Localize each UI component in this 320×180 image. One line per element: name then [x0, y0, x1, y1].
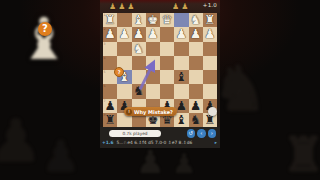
- captured-pawn-icon: ♟: [118, 1, 125, 12]
- rank-label: 2: [104, 27, 106, 31]
- square-g6[interactable]: [117, 84, 131, 98]
- square-h6[interactable]: 6: [103, 84, 117, 98]
- square-b8[interactable]: ♞: [189, 113, 203, 127]
- rank-label: 4: [104, 56, 106, 60]
- square-c6[interactable]: [174, 84, 188, 98]
- square-e4[interactable]: [146, 56, 160, 70]
- material-score: +1.0: [203, 2, 217, 8]
- forward-button[interactable]: ›: [208, 129, 217, 138]
- white-pawn-f2: ♟: [132, 27, 146, 41]
- square-c5[interactable]: ♝: [174, 70, 188, 84]
- square-d3[interactable]: [160, 42, 174, 56]
- square-d4[interactable]: [160, 56, 174, 70]
- white-king-e1: ♚: [146, 13, 160, 27]
- captured-pawn-icon: ♟: [172, 1, 179, 12]
- floating-circle-button[interactable]: [208, 107, 217, 116]
- black-bishop-c5: ♝: [174, 70, 188, 84]
- square-b3[interactable]: [189, 42, 203, 56]
- white-bishop-f1: ♝: [132, 13, 146, 27]
- square-e6[interactable]: [146, 84, 160, 98]
- engine-line[interactable]: +1.6 5...♘e4 6.♗f4 d5 7.0-0 ♗e7 8.♗d6 ▸: [102, 139, 218, 147]
- white-pawn-c2: ♟: [174, 27, 188, 41]
- background-pawn-icon: ♟: [136, 146, 165, 178]
- background-pawn-icon: ♟: [172, 150, 196, 177]
- captured-pieces-left: ♟♟♟: [109, 1, 135, 12]
- square-g3[interactable]: [117, 42, 131, 56]
- white-knight-f3: ♞: [132, 42, 146, 56]
- square-h7[interactable]: ♟7: [103, 99, 117, 113]
- square-c1[interactable]: [174, 13, 188, 27]
- square-a3[interactable]: [203, 42, 217, 56]
- square-h8[interactable]: ♜8: [103, 113, 117, 127]
- square-f4[interactable]: [132, 56, 146, 70]
- square-f3[interactable]: ♞: [132, 42, 146, 56]
- square-d6[interactable]: [160, 84, 174, 98]
- square-c8[interactable]: ♝: [174, 113, 188, 127]
- square-h1[interactable]: ♜1: [103, 13, 117, 27]
- question-badge: ?: [38, 22, 52, 36]
- square-e2[interactable]: ♟: [146, 27, 160, 41]
- white-queen-d1: ♛: [160, 13, 174, 27]
- square-d5[interactable]: [160, 70, 174, 84]
- captured-pawn-icon: ♟: [127, 1, 134, 12]
- square-c2[interactable]: ♟: [174, 27, 188, 41]
- rank-label: 8: [104, 113, 106, 117]
- square-b1[interactable]: ♞: [189, 13, 203, 27]
- engine-moves: 5...♘e4 6.♗f4 d5 7.0-0 ♗e7 8.♗d6: [116, 140, 192, 145]
- white-knight-b1: ♞: [189, 13, 203, 27]
- square-g2[interactable]: ♟: [117, 27, 131, 41]
- expand-line-icon[interactable]: ▸: [215, 139, 217, 147]
- square-d2[interactable]: [160, 27, 174, 41]
- black-knight-b8: ♞: [189, 113, 203, 127]
- square-e5[interactable]: [146, 70, 160, 84]
- nav-buttons: ↺ ‹ ›: [187, 129, 217, 138]
- square-c4[interactable]: [174, 56, 188, 70]
- white-pawn-a2: ♟: [203, 27, 217, 41]
- square-e1[interactable]: ♚: [146, 13, 160, 27]
- video-frame: ♝ ? ♞ ♟ ♟ ♜ ♟ ♟ ♟♟♟ ♟♟ +1.0 ♜1♝♚♛♞♜♟2♟♟♟…: [0, 0, 320, 180]
- black-knight-f6: ♞: [132, 84, 146, 98]
- square-e3[interactable]: [146, 42, 160, 56]
- background-pawn-icon: ♟: [0, 112, 42, 170]
- background-rook-icon: ♜: [282, 130, 320, 178]
- white-rook-a1: ♜: [203, 13, 217, 27]
- player-bar: ♟♟♟ ♟♟ +1.0: [100, 0, 220, 13]
- retry-button[interactable]: ↺: [187, 129, 196, 138]
- white-pawn-g2: ♟: [117, 27, 131, 41]
- square-a1[interactable]: ♜: [203, 13, 217, 27]
- captured-pawn-icon: ♟: [181, 1, 188, 12]
- back-button[interactable]: ‹: [197, 129, 206, 138]
- analysis-panel: 0.7k played ↺ ‹ › +1.6 5...♘e4 6.♗f4 d5 …: [100, 127, 220, 148]
- square-a6[interactable]: [203, 84, 217, 98]
- why-mistake-banner[interactable]: ! Why Mistake?: [124, 107, 177, 116]
- rank-label: 7: [104, 99, 106, 103]
- square-c3[interactable]: [174, 42, 188, 56]
- square-b2[interactable]: ♟: [189, 27, 203, 41]
- banner-label: Why Mistake?: [134, 109, 173, 115]
- square-f5[interactable]: [132, 70, 146, 84]
- square-f1[interactable]: ♝: [132, 13, 146, 27]
- square-h2[interactable]: ♟2: [103, 27, 117, 41]
- rank-label: 1: [104, 13, 106, 17]
- rank-label: 6: [104, 84, 106, 88]
- square-b5[interactable]: [189, 70, 203, 84]
- square-b4[interactable]: [189, 56, 203, 70]
- square-a5[interactable]: [203, 70, 217, 84]
- square-f2[interactable]: ♟: [132, 27, 146, 41]
- chess-app-screen: ♟♟♟ ♟♟ +1.0 ♜1♝♚♛♞♜♟2♟♟♟♟♟♟3♞45♝♝6♞♟7♟♟♟…: [100, 0, 220, 148]
- square-f6[interactable]: ♞: [132, 84, 146, 98]
- white-pawn-e2: ♟: [146, 27, 160, 41]
- rank-label: 5: [104, 70, 106, 74]
- square-b7[interactable]: ♟: [189, 99, 203, 113]
- black-pawn-b7: ♟: [189, 99, 203, 113]
- engine-eval: +1.6: [102, 140, 113, 145]
- background-bishop-icon: ♝: [18, 10, 70, 68]
- square-b6[interactable]: [189, 84, 203, 98]
- white-pawn-b2: ♟: [189, 27, 203, 41]
- background-knight-icon: ♞: [212, 58, 268, 120]
- rank-label: 3: [104, 42, 106, 46]
- square-h3[interactable]: 3: [103, 42, 117, 56]
- stat-pill[interactable]: 0.7k played: [109, 130, 161, 137]
- captured-pieces-right: ♟♟: [172, 1, 188, 12]
- captured-pawn-icon: ♟: [109, 1, 116, 12]
- square-d1[interactable]: ♛: [160, 13, 174, 27]
- square-a4[interactable]: [203, 56, 217, 70]
- square-g1[interactable]: [117, 13, 131, 27]
- background-pawn-icon: ♟: [42, 136, 80, 178]
- square-a2[interactable]: ♟: [203, 27, 217, 41]
- black-bishop-c8: ♝: [174, 113, 188, 127]
- alert-icon: !: [126, 109, 132, 115]
